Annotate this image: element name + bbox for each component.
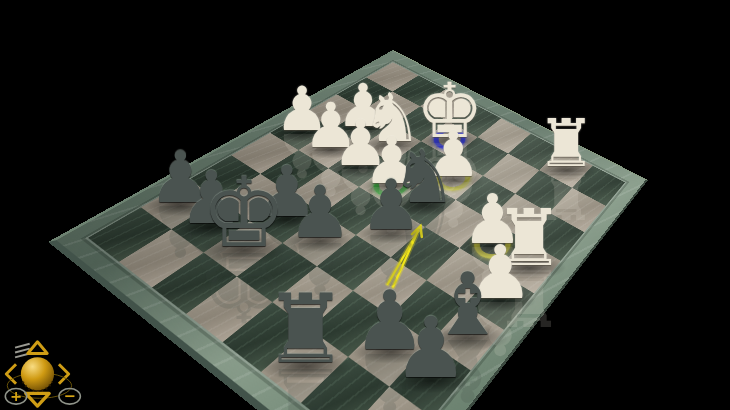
zoom-out-label: − [64,387,76,404]
menu-lines-icon[interactable] [15,344,30,358]
zoom-out-button[interactable]: − [59,387,80,404]
camera-control: + − [2,332,110,410]
rotate-right-button[interactable] [59,364,69,384]
tilt-up-button[interactable] [28,342,47,354]
zoom-in-label: + [10,387,22,404]
tilt-down-button[interactable] [26,393,49,406]
game-viewport: ♟♟♟♟♚♚♞♞♟♟♟♟♜♜♟♟♟♟♞♞♟♟♟♟♟♟♟♟♟♟♟♟♚♚♜♜♟♟♝♝… [0,0,730,410]
rotate-left-button[interactable] [6,364,16,384]
